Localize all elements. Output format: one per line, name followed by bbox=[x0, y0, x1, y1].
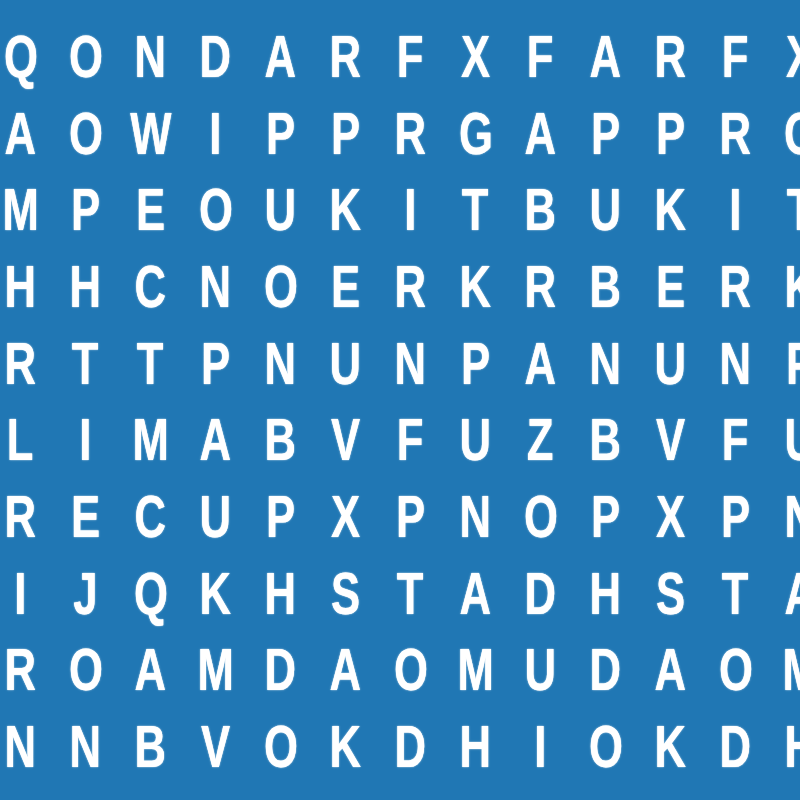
grid-cell-r6c8[interactable]: U bbox=[443, 402, 508, 479]
grid-cell-r7c2[interactable]: E bbox=[53, 479, 118, 556]
grid-cell-r2c9[interactable]: A bbox=[508, 96, 573, 173]
cell-letter: A bbox=[655, 641, 687, 700]
grid-cell-r9c7[interactable]: O bbox=[378, 633, 443, 710]
cell-letter: S bbox=[656, 565, 685, 624]
cell-letter: G bbox=[784, 105, 800, 164]
grid-cell-r5c8[interactable]: P bbox=[443, 326, 508, 403]
cell-letter: P bbox=[591, 105, 620, 164]
cell-letter: B bbox=[265, 411, 297, 470]
grid-cell-r9c12[interactable]: O bbox=[703, 633, 768, 710]
cell-letter: K bbox=[330, 181, 362, 240]
cell-letter: K bbox=[330, 718, 362, 777]
grid-cell-r9c1[interactable]: R bbox=[0, 633, 53, 710]
cell-letter: K bbox=[655, 718, 687, 777]
grid-cell-r7c3[interactable]: C bbox=[118, 479, 183, 556]
grid-cell-r3c5[interactable]: U bbox=[248, 172, 313, 249]
cell-letter: I bbox=[79, 411, 91, 470]
cell-letter: M bbox=[457, 641, 493, 700]
cell-letter: F bbox=[722, 411, 749, 470]
cell-letter: D bbox=[525, 565, 557, 624]
grid-cell-r10c13[interactable]: H bbox=[768, 709, 800, 786]
grid-cell-r1c9[interactable]: F bbox=[508, 19, 573, 96]
grid-cell-r10c6[interactable]: K bbox=[313, 709, 378, 786]
grid-cell-r3c2[interactable]: P bbox=[53, 172, 118, 249]
grid-cell-r1c6[interactable]: R bbox=[313, 19, 378, 96]
grid-cell-r5c3[interactable]: T bbox=[118, 326, 183, 403]
cell-letter: O bbox=[69, 105, 103, 164]
cell-letter: F bbox=[397, 28, 424, 87]
cell-letter: R bbox=[655, 28, 687, 87]
grid-cell-r10c9[interactable]: I bbox=[508, 709, 573, 786]
grid-cell-r3c9[interactable]: B bbox=[508, 172, 573, 249]
cell-letter: A bbox=[460, 565, 492, 624]
cell-letter: Q bbox=[134, 565, 168, 624]
cell-letter: P bbox=[201, 335, 230, 394]
grid-cell-r10c7[interactable]: D bbox=[378, 709, 443, 786]
grid-cell-r9c10[interactable]: D bbox=[573, 633, 638, 710]
cell-letter: H bbox=[460, 718, 492, 777]
cell-letter: C bbox=[135, 258, 167, 317]
grid-cell-r10c1[interactable]: N bbox=[0, 709, 53, 786]
grid-cell-r1c4[interactable]: D bbox=[183, 19, 248, 96]
cell-letter: O bbox=[264, 718, 298, 777]
grid-cell-r2c2[interactable]: O bbox=[53, 96, 118, 173]
grid-cell-r5c7[interactable]: N bbox=[378, 326, 443, 403]
cell-letter: M bbox=[132, 411, 168, 470]
cell-letter: H bbox=[785, 718, 800, 777]
cell-letter: B bbox=[135, 718, 167, 777]
grid-cell-r5c10[interactable]: N bbox=[573, 326, 638, 403]
cell-letter: P bbox=[461, 335, 490, 394]
grid-cell-r6c13[interactable]: U bbox=[768, 402, 800, 479]
cell-letter: K bbox=[200, 565, 232, 624]
cell-letter: A bbox=[590, 28, 622, 87]
cell-letter: T bbox=[722, 565, 749, 624]
cell-letter: V bbox=[656, 411, 685, 470]
grid-cell-r6c4[interactable]: A bbox=[183, 402, 248, 479]
cell-letter: T bbox=[462, 181, 489, 240]
grid-cell-r1c8[interactable]: X bbox=[443, 19, 508, 96]
cell-letter: X bbox=[786, 28, 800, 87]
grid-cell-r10c10[interactable]: O bbox=[573, 709, 638, 786]
grid-cell-r2c6[interactable]: P bbox=[313, 96, 378, 173]
grid-cell-r1c1[interactable]: Q bbox=[0, 19, 53, 96]
grid-cell-r7c4[interactable]: U bbox=[183, 479, 248, 556]
cell-letter: R bbox=[5, 488, 37, 547]
grid-cell-r2c8[interactable]: G bbox=[443, 96, 508, 173]
cell-letter: U bbox=[265, 181, 297, 240]
grid-cell-r3c13[interactable]: T bbox=[768, 172, 800, 249]
cell-letter: O bbox=[589, 718, 623, 777]
cell-letter: I bbox=[14, 565, 26, 624]
grid-cell-r6c7[interactable]: F bbox=[378, 402, 443, 479]
grid-cell-r5c11[interactable]: U bbox=[638, 326, 703, 403]
cell-letter: W bbox=[130, 105, 171, 164]
cell-letter: U bbox=[330, 335, 362, 394]
cell-letter: O bbox=[524, 488, 558, 547]
cell-letter: O bbox=[69, 641, 103, 700]
cell-letter: O bbox=[264, 258, 298, 317]
cell-letter: K bbox=[655, 181, 687, 240]
grid-cell-r4c10[interactable]: B bbox=[573, 249, 638, 326]
grid-cell-r7c6[interactable]: X bbox=[313, 479, 378, 556]
cell-letter: P bbox=[331, 105, 360, 164]
cell-letter: P bbox=[266, 488, 295, 547]
grid-cell-r5c6[interactable]: U bbox=[313, 326, 378, 403]
grid-cell-r8c6[interactable]: S bbox=[313, 556, 378, 633]
grid-cell-r3c11[interactable]: K bbox=[638, 172, 703, 249]
cell-letter: U bbox=[200, 488, 232, 547]
grid-cell-r1c10[interactable]: A bbox=[573, 19, 638, 96]
cell-letter: H bbox=[265, 565, 297, 624]
grid-cell-r2c10[interactable]: P bbox=[573, 96, 638, 173]
grid-cell-r6c9[interactable]: Z bbox=[508, 402, 573, 479]
cell-letter: S bbox=[331, 565, 360, 624]
grid-cell-r9c13[interactable]: M bbox=[768, 633, 800, 710]
grid-cell-r8c13[interactable]: A bbox=[768, 556, 800, 633]
cell-letter: R bbox=[720, 258, 752, 317]
grid-cell-r2c12[interactable]: R bbox=[703, 96, 768, 173]
cell-letter: M bbox=[782, 641, 800, 700]
grid-cell-r4c3[interactable]: C bbox=[118, 249, 183, 326]
grid-cell-r1c13[interactable]: X bbox=[768, 19, 800, 96]
grid-cell-r7c13[interactable]: N bbox=[768, 479, 800, 556]
grid-cell-r4c2[interactable]: H bbox=[53, 249, 118, 326]
grid-cell-r9c3[interactable]: A bbox=[118, 633, 183, 710]
cell-letter: R bbox=[525, 258, 557, 317]
cell-letter: C bbox=[135, 488, 167, 547]
grid-cell-r4c11[interactable]: E bbox=[638, 249, 703, 326]
cell-letter: N bbox=[5, 718, 37, 777]
cell-letter: P bbox=[656, 105, 685, 164]
grid-cell-r5c5[interactable]: N bbox=[248, 326, 313, 403]
grid-cell-r3c8[interactable]: T bbox=[443, 172, 508, 249]
grid-cell-r4c9[interactable]: R bbox=[508, 249, 573, 326]
cell-letter: A bbox=[200, 411, 232, 470]
cell-letter: H bbox=[590, 565, 622, 624]
cell-letter: A bbox=[265, 28, 297, 87]
grid-cell-r10c12[interactable]: D bbox=[703, 709, 768, 786]
grid-cell-r3c3[interactable]: E bbox=[118, 172, 183, 249]
grid-cell-r5c9[interactable]: A bbox=[508, 326, 573, 403]
cell-letter: V bbox=[201, 718, 230, 777]
grid-cell-r9c9[interactable]: U bbox=[508, 633, 573, 710]
cell-letter: I bbox=[404, 181, 416, 240]
cell-letter: P bbox=[396, 488, 425, 547]
cell-letter: R bbox=[720, 105, 752, 164]
cell-letter: P bbox=[591, 488, 620, 547]
grid-cell-r8c4[interactable]: K bbox=[183, 556, 248, 633]
grid-cell-r8c12[interactable]: T bbox=[703, 556, 768, 633]
cell-letter: E bbox=[656, 258, 685, 317]
cell-letter: T bbox=[397, 565, 424, 624]
cell-letter: U bbox=[460, 411, 492, 470]
grid-cell-r4c6[interactable]: E bbox=[313, 249, 378, 326]
cell-letter: B bbox=[590, 258, 622, 317]
grid-cell-r6c3[interactable]: M bbox=[118, 402, 183, 479]
grid-cell-r8c11[interactable]: S bbox=[638, 556, 703, 633]
grid-cell-r10c5[interactable]: O bbox=[248, 709, 313, 786]
grid-cell-r6c2[interactable]: I bbox=[53, 402, 118, 479]
grid-cell-r3c1[interactable]: M bbox=[0, 172, 53, 249]
grid-cell-r7c10[interactable]: P bbox=[573, 479, 638, 556]
cell-letter: D bbox=[590, 641, 622, 700]
cell-letter: O bbox=[719, 641, 753, 700]
cell-letter: F bbox=[397, 411, 424, 470]
cell-letter: P bbox=[786, 335, 800, 394]
grid-cell-r1c2[interactable]: O bbox=[53, 19, 118, 96]
cell-letter: E bbox=[71, 488, 100, 547]
grid-cell-r5c1[interactable]: R bbox=[0, 326, 53, 403]
cell-letter: N bbox=[460, 488, 492, 547]
cell-letter: F bbox=[527, 28, 554, 87]
grid-cell-r8c10[interactable]: H bbox=[573, 556, 638, 633]
grid-cell-r5c2[interactable]: T bbox=[53, 326, 118, 403]
grid-cell-r2c3[interactable]: W bbox=[118, 96, 183, 173]
grid-cell-r2c11[interactable]: P bbox=[638, 96, 703, 173]
grid-cell-r2c4[interactable]: I bbox=[183, 96, 248, 173]
cell-letter: N bbox=[200, 258, 232, 317]
cell-letter: Z bbox=[527, 411, 554, 470]
cell-letter: I bbox=[209, 105, 221, 164]
grid-cell-r3c6[interactable]: K bbox=[313, 172, 378, 249]
cell-letter: I bbox=[534, 718, 546, 777]
grid-cell-r1c11[interactable]: R bbox=[638, 19, 703, 96]
cell-letter: U bbox=[655, 335, 687, 394]
cell-letter: A bbox=[135, 641, 167, 700]
grid-cell-r7c12[interactable]: P bbox=[703, 479, 768, 556]
grid-cell-r4c12[interactable]: R bbox=[703, 249, 768, 326]
cell-letter: T bbox=[72, 335, 99, 394]
cell-letter: H bbox=[70, 258, 102, 317]
word-search-board: QONDARFXFARFXAOWIPPRGAPPRGMPEOUKITBUKITH… bbox=[0, 19, 800, 786]
grid-cell-r5c13[interactable]: P bbox=[768, 326, 800, 403]
grid-cell-r8c2[interactable]: J bbox=[53, 556, 118, 633]
grid-cell-r4c8[interactable]: K bbox=[443, 249, 508, 326]
cell-letter: U bbox=[785, 411, 800, 470]
grid-cell-r9c4[interactable]: M bbox=[183, 633, 248, 710]
cell-letter: R bbox=[330, 28, 362, 87]
cell-letter: M bbox=[2, 181, 38, 240]
cell-letter: U bbox=[590, 181, 622, 240]
grid-cell-r8c8[interactable]: A bbox=[443, 556, 508, 633]
cell-letter: I bbox=[729, 181, 741, 240]
grid-cell-r3c10[interactable]: U bbox=[573, 172, 638, 249]
grid-cell-r7c7[interactable]: P bbox=[378, 479, 443, 556]
cell-letter: P bbox=[721, 488, 750, 547]
cell-letter: R bbox=[395, 105, 427, 164]
grid-cell-r1c12[interactable]: F bbox=[703, 19, 768, 96]
grid-cell-r3c4[interactable]: O bbox=[183, 172, 248, 249]
grid-cell-r9c2[interactable]: O bbox=[53, 633, 118, 710]
grid-cell-r6c6[interactable]: V bbox=[313, 402, 378, 479]
grid-cell-r1c3[interactable]: N bbox=[118, 19, 183, 96]
cell-letter: X bbox=[331, 488, 360, 547]
grid-cell-r4c4[interactable]: N bbox=[183, 249, 248, 326]
cell-letter: R bbox=[5, 641, 37, 700]
grid-cell-r10c4[interactable]: V bbox=[183, 709, 248, 786]
grid-cell-r4c5[interactable]: O bbox=[248, 249, 313, 326]
grid-cell-r10c2[interactable]: N bbox=[53, 709, 118, 786]
cell-letter: K bbox=[460, 258, 492, 317]
cell-letter: T bbox=[137, 335, 164, 394]
grid-cell-r9c11[interactable]: A bbox=[638, 633, 703, 710]
cell-letter: A bbox=[5, 105, 37, 164]
grid-cell-r10c11[interactable]: K bbox=[638, 709, 703, 786]
cell-letter: E bbox=[331, 258, 360, 317]
cell-letter: V bbox=[331, 411, 360, 470]
cell-letter: J bbox=[73, 565, 97, 624]
grid-cell-r4c1[interactable]: H bbox=[0, 249, 53, 326]
cell-letter: O bbox=[394, 641, 428, 700]
cell-letter: U bbox=[525, 641, 557, 700]
grid-cell-r8c7[interactable]: T bbox=[378, 556, 443, 633]
grid-cell-r3c12[interactable]: I bbox=[703, 172, 768, 249]
grid-cell-r6c12[interactable]: F bbox=[703, 402, 768, 479]
grid-cell-r7c5[interactable]: P bbox=[248, 479, 313, 556]
grid-cell-r9c6[interactable]: A bbox=[313, 633, 378, 710]
grid-cell-r9c5[interactable]: D bbox=[248, 633, 313, 710]
grid-cell-r6c5[interactable]: B bbox=[248, 402, 313, 479]
cell-letter: D bbox=[395, 718, 427, 777]
grid-cell-r6c1[interactable]: L bbox=[0, 402, 53, 479]
cell-letter: O bbox=[199, 181, 233, 240]
cell-letter: N bbox=[785, 488, 800, 547]
grid-cell-r1c5[interactable]: A bbox=[248, 19, 313, 96]
cell-letter: N bbox=[720, 335, 752, 394]
cell-letter: A bbox=[330, 641, 362, 700]
grid-cell-r10c3[interactable]: B bbox=[118, 709, 183, 786]
grid-cell-r5c4[interactable]: P bbox=[183, 326, 248, 403]
grid-cell-r4c7[interactable]: R bbox=[378, 249, 443, 326]
cell-letter: P bbox=[266, 105, 295, 164]
cell-letter: N bbox=[395, 335, 427, 394]
cell-letter: Q bbox=[4, 28, 38, 87]
cell-letter: R bbox=[395, 258, 427, 317]
grid-cell-r10c8[interactable]: H bbox=[443, 709, 508, 786]
cell-letter: X bbox=[656, 488, 685, 547]
cell-letter: N bbox=[135, 28, 167, 87]
grid-cell-r4c13[interactable]: K bbox=[768, 249, 800, 326]
grid-cell-r8c9[interactable]: D bbox=[508, 556, 573, 633]
grid-cell-r8c1[interactable]: I bbox=[0, 556, 53, 633]
cell-letter: F bbox=[722, 28, 749, 87]
grid-cell-r8c3[interactable]: Q bbox=[118, 556, 183, 633]
grid-cell-r2c7[interactable]: R bbox=[378, 96, 443, 173]
cell-letter: X bbox=[461, 28, 490, 87]
grid-cell-r6c11[interactable]: V bbox=[638, 402, 703, 479]
cell-letter: K bbox=[785, 258, 800, 317]
grid-cell-r5c12[interactable]: N bbox=[703, 326, 768, 403]
cell-letter: N bbox=[70, 718, 102, 777]
grid-cell-r3c7[interactable]: I bbox=[378, 172, 443, 249]
cell-letter: D bbox=[720, 718, 752, 777]
grid-cell-r7c9[interactable]: O bbox=[508, 479, 573, 556]
grid-cell-r2c1[interactable]: A bbox=[0, 96, 53, 173]
grid-cell-r2c5[interactable]: P bbox=[248, 96, 313, 173]
cell-letter: A bbox=[785, 565, 800, 624]
grid-cell-r6c10[interactable]: B bbox=[573, 402, 638, 479]
grid-cell-r9c8[interactable]: M bbox=[443, 633, 508, 710]
cell-letter: N bbox=[265, 335, 297, 394]
grid-cell-r1c7[interactable]: F bbox=[378, 19, 443, 96]
cell-letter: D bbox=[200, 28, 232, 87]
cell-letter: O bbox=[69, 28, 103, 87]
grid-cell-r7c11[interactable]: X bbox=[638, 479, 703, 556]
cell-letter: B bbox=[590, 411, 622, 470]
cell-letter: A bbox=[525, 105, 557, 164]
cell-letter: B bbox=[525, 181, 557, 240]
cell-letter: E bbox=[136, 181, 165, 240]
cell-letter: R bbox=[5, 335, 37, 394]
grid-cell-r7c1[interactable]: R bbox=[0, 479, 53, 556]
cell-letter: M bbox=[197, 641, 233, 700]
cell-letter: A bbox=[525, 335, 557, 394]
cell-letter: T bbox=[787, 181, 800, 240]
cell-letter: L bbox=[7, 411, 34, 470]
grid-cell-r2c13[interactable]: G bbox=[768, 96, 800, 173]
cell-letter: P bbox=[71, 181, 100, 240]
grid-cell-r8c5[interactable]: H bbox=[248, 556, 313, 633]
cell-letter: H bbox=[5, 258, 37, 317]
grid-cell-r7c8[interactable]: N bbox=[443, 479, 508, 556]
cell-letter: G bbox=[459, 105, 493, 164]
cell-letter: N bbox=[590, 335, 622, 394]
cell-letter: D bbox=[265, 641, 297, 700]
